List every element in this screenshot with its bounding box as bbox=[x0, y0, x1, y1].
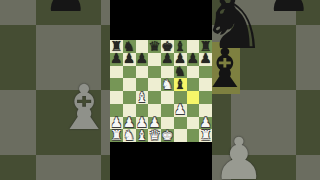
white-knight-e5[interactable]: ♞ bbox=[161, 78, 173, 92]
square-h5[interactable] bbox=[199, 78, 212, 91]
square-c6[interactable] bbox=[136, 66, 149, 79]
background-black-pawn-icon: ♟ bbox=[40, 0, 92, 22]
square-h4[interactable] bbox=[199, 91, 212, 104]
square-e7[interactable]: ♟ bbox=[161, 53, 174, 66]
black-queen-d8[interactable]: ♛ bbox=[149, 40, 161, 54]
square-d1[interactable]: ♛ bbox=[148, 129, 161, 142]
square-a6[interactable] bbox=[110, 66, 123, 79]
square-e1[interactable]: ♚ bbox=[161, 129, 174, 142]
square-a7[interactable]: ♟ bbox=[110, 53, 123, 66]
square-b1[interactable]: ♞ bbox=[123, 129, 136, 142]
black-pawn-e7[interactable]: ♟ bbox=[161, 52, 173, 66]
background-white-pawn-icon: ♟ bbox=[211, 128, 267, 180]
square-e4[interactable] bbox=[161, 91, 174, 104]
square-b6[interactable] bbox=[123, 66, 136, 79]
square-h6[interactable] bbox=[199, 66, 212, 79]
white-king-e1[interactable]: ♚ bbox=[161, 129, 173, 143]
background-white-bishop-icon: ♝ bbox=[52, 76, 116, 140]
square-d6[interactable] bbox=[148, 66, 161, 79]
square-a5[interactable] bbox=[110, 78, 123, 91]
white-rook-a1[interactable]: ♜ bbox=[110, 129, 122, 143]
video-frame: ♟ ♟ ♞ ♝ ♝ ♟ ♜♞♛♚♝♜♟♟♟♟♟♟♟♞♞♝♝♟♟♟♟♟♟♜♞♝♛♚… bbox=[0, 0, 320, 180]
black-pawn-h7[interactable]: ♟ bbox=[200, 52, 212, 66]
square-g2[interactable] bbox=[187, 117, 200, 130]
square-f3[interactable]: ♟ bbox=[174, 104, 187, 117]
white-bishop-c4[interactable]: ♝ bbox=[136, 91, 148, 105]
white-queen-d1[interactable]: ♛ bbox=[149, 129, 161, 143]
square-a1[interactable]: ♜ bbox=[110, 129, 123, 142]
square-g1[interactable] bbox=[187, 129, 200, 142]
square-f2[interactable] bbox=[174, 117, 187, 130]
square-b4[interactable] bbox=[123, 91, 136, 104]
square-g6[interactable] bbox=[187, 66, 200, 79]
black-bishop-f5[interactable]: ♝ bbox=[174, 78, 186, 92]
chess-board: ♜♞♛♚♝♜♟♟♟♟♟♟♟♞♞♝♝♟♟♟♟♟♟♜♞♝♛♚♜ bbox=[110, 40, 212, 142]
black-pawn-c7[interactable]: ♟ bbox=[136, 52, 148, 66]
square-d4[interactable] bbox=[148, 91, 161, 104]
square-a4[interactable] bbox=[110, 91, 123, 104]
white-knight-b1[interactable]: ♞ bbox=[123, 129, 135, 143]
white-pawn-f3[interactable]: ♟ bbox=[174, 103, 186, 117]
square-d7[interactable] bbox=[148, 53, 161, 66]
square-h1[interactable]: ♜ bbox=[199, 129, 212, 142]
square-e5[interactable]: ♞ bbox=[161, 78, 174, 91]
square-e3[interactable] bbox=[161, 104, 174, 117]
square-c7[interactable]: ♟ bbox=[136, 53, 149, 66]
background-black-pawn-icon: ♟ bbox=[263, 0, 315, 22]
square-h7[interactable]: ♟ bbox=[199, 53, 212, 66]
square-c1[interactable]: ♝ bbox=[136, 129, 149, 142]
square-f5[interactable]: ♝ bbox=[174, 78, 187, 91]
square-d8[interactable]: ♛ bbox=[148, 40, 161, 53]
square-g7[interactable]: ♟ bbox=[187, 53, 200, 66]
black-pawn-g7[interactable]: ♟ bbox=[187, 52, 199, 66]
black-pawn-b7[interactable]: ♟ bbox=[123, 52, 135, 66]
white-rook-h1[interactable]: ♜ bbox=[200, 129, 212, 143]
black-pawn-a7[interactable]: ♟ bbox=[110, 52, 122, 66]
square-b5[interactable] bbox=[123, 78, 136, 91]
square-g4[interactable] bbox=[187, 91, 200, 104]
square-f1[interactable] bbox=[174, 129, 187, 142]
square-g3[interactable] bbox=[187, 104, 200, 117]
square-g5[interactable] bbox=[187, 78, 200, 91]
white-bishop-c1[interactable]: ♝ bbox=[136, 129, 148, 143]
square-b7[interactable]: ♟ bbox=[123, 53, 136, 66]
square-c4[interactable]: ♝ bbox=[136, 91, 149, 104]
square-d5[interactable] bbox=[148, 78, 161, 91]
